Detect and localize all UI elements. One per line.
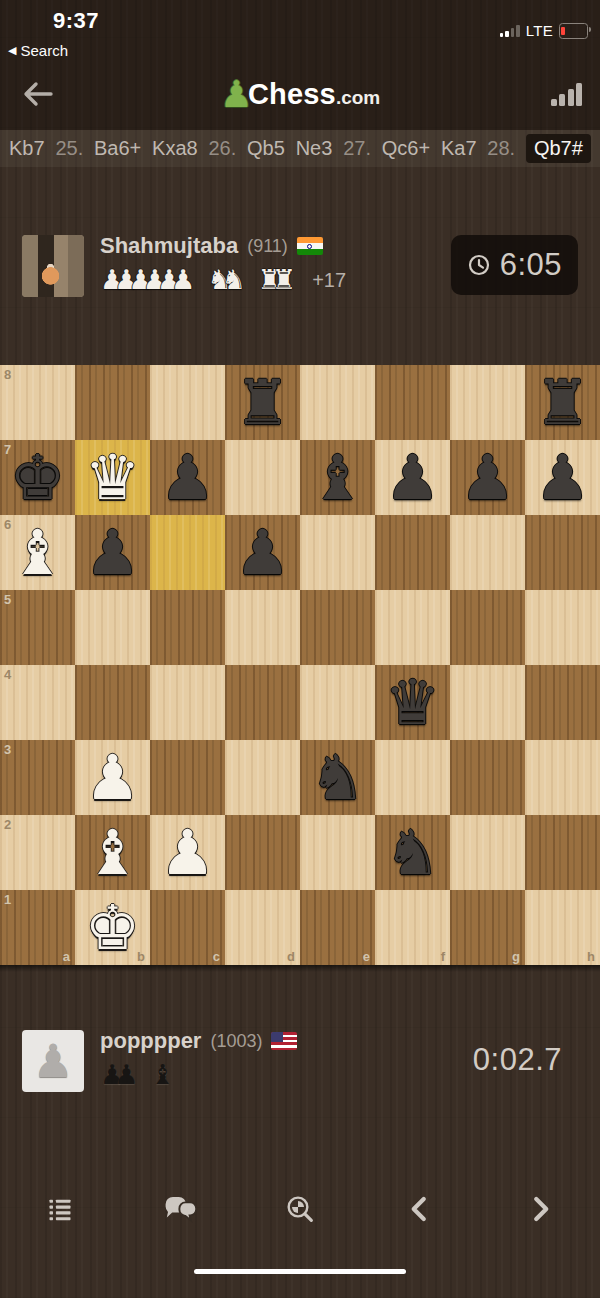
back-app-label: Search: [20, 42, 68, 59]
square-b5[interactable]: [75, 590, 150, 665]
square-g8[interactable]: [450, 365, 525, 440]
logo-suffix: .com: [336, 87, 380, 109]
battery-icon: [559, 23, 588, 39]
square-b1[interactable]: b♚: [75, 890, 150, 965]
square-a3[interactable]: 3: [0, 740, 75, 815]
square-b2[interactable]: ♝: [75, 815, 150, 890]
ios-status-bar: 9:37 ◀ Search LTE: [0, 0, 600, 60]
back-to-app-link[interactable]: ◀ Search: [8, 42, 68, 59]
top-player-rating: (911): [247, 236, 288, 257]
square-c8[interactable]: [150, 365, 225, 440]
square-a7[interactable]: 7♚: [0, 440, 75, 515]
previous-move-button[interactable]: [360, 1178, 480, 1240]
move-token-current[interactable]: Qb7#: [526, 134, 591, 163]
move-token[interactable]: 26.: [208, 137, 236, 160]
bottom-captured-pieces: ♟♟♝: [100, 1060, 175, 1090]
piece-bp-c7: ♟: [150, 440, 225, 515]
move-token[interactable]: Qc6+: [382, 137, 430, 160]
square-e1[interactable]: e: [300, 890, 375, 965]
file-label-h: h: [587, 949, 595, 964]
piece-bk-a7: ♚: [0, 440, 75, 515]
captured-piece-n: ♞: [222, 265, 246, 295]
india-flag-icon: [297, 237, 323, 255]
piece-wp-b3: ♟: [75, 740, 150, 815]
square-b4[interactable]: [75, 665, 150, 740]
piece-bn-f2: ♞: [375, 815, 450, 890]
cellular-signal-icon: [500, 25, 520, 37]
square-c5[interactable]: [150, 590, 225, 665]
file-label-g: g: [512, 949, 520, 964]
square-b3[interactable]: ♟: [75, 740, 150, 815]
piece-br-h8: ♜: [525, 365, 600, 440]
square-g6[interactable]: [450, 515, 525, 590]
chevron-left-icon: [405, 1193, 435, 1225]
piece-bp-b6: ♟: [75, 515, 150, 590]
status-right-cluster: LTE: [500, 22, 588, 39]
top-player-name[interactable]: Shahmujtaba: [100, 233, 238, 259]
square-f7[interactable]: ♟: [375, 440, 450, 515]
square-g4[interactable]: [450, 665, 525, 740]
square-h5[interactable]: [525, 590, 600, 665]
rank-label-7: 7: [4, 442, 11, 457]
square-f1[interactable]: f: [375, 890, 450, 965]
square-d7[interactable]: [225, 440, 300, 515]
captured-p-group: ♟♟♟♟♟♟: [100, 265, 195, 295]
carrier-label: LTE: [526, 22, 553, 39]
move-token[interactable]: 27.: [343, 137, 371, 160]
square-e8[interactable]: [300, 365, 375, 440]
square-d8[interactable]: ♜: [225, 365, 300, 440]
square-a1[interactable]: 1a: [0, 890, 75, 965]
move-token[interactable]: Ka7: [441, 137, 477, 160]
square-c4[interactable]: [150, 665, 225, 740]
square-e6[interactable]: [300, 515, 375, 590]
top-player-clock: 6:05: [451, 235, 578, 295]
bottom-player-clock: 0:02.7: [457, 1030, 578, 1090]
piece-wk-b1: ♚: [75, 890, 150, 965]
square-d3[interactable]: [225, 740, 300, 815]
top-captured-pieces: ♟♟♟♟♟♟♞♞♜♜+17: [100, 265, 346, 295]
moves-list-icon: [45, 1195, 75, 1223]
move-token[interactable]: Kxa8: [152, 137, 198, 160]
chesscom-logo: ♟Chess.com: [0, 70, 600, 113]
top-player-avatar-photo: [22, 235, 84, 297]
piece-wp-c2: ♟: [150, 815, 225, 890]
chat-button[interactable]: [120, 1178, 240, 1240]
captured-piece-p: ♟: [171, 265, 195, 295]
square-g7[interactable]: ♟: [450, 440, 525, 515]
logo-pawn-icon: ♟: [220, 73, 253, 116]
rank-label-8: 8: [4, 367, 11, 382]
bottom-player-rating: (1003): [210, 1031, 262, 1052]
captured-p-group: ♟♟: [100, 1060, 138, 1090]
file-label-d: d: [287, 949, 295, 964]
file-label-a: a: [63, 949, 70, 964]
square-d5[interactable]: [225, 590, 300, 665]
square-a6[interactable]: 6♝: [0, 515, 75, 590]
bottom-clock-time: 0:02.7: [473, 1042, 562, 1078]
square-h2[interactable]: [525, 815, 600, 890]
connection-strength-icon: [551, 82, 583, 106]
rank-label-3: 3: [4, 742, 11, 757]
captured-piece-r: ♜: [272, 265, 296, 295]
clock-icon: [467, 253, 491, 277]
square-h1[interactable]: h: [525, 890, 600, 965]
square-c3[interactable]: [150, 740, 225, 815]
next-move-button[interactable]: [480, 1178, 600, 1240]
square-f4[interactable]: ♛: [375, 665, 450, 740]
analysis-button[interactable]: [240, 1178, 360, 1240]
square-e7[interactable]: ♝: [300, 440, 375, 515]
square-f6[interactable]: [375, 515, 450, 590]
captured-b-group: ♝: [150, 1060, 174, 1090]
move-token[interactable]: Qb5: [247, 137, 285, 160]
square-d6[interactable]: ♟: [225, 515, 300, 590]
square-d4[interactable]: [225, 665, 300, 740]
chevron-right-icon: [525, 1193, 555, 1225]
file-label-c: c: [213, 949, 220, 964]
rank-label-6: 6: [4, 517, 11, 532]
captured-r-group: ♜♜: [258, 265, 296, 295]
move-token[interactable]: Ne3: [296, 137, 333, 160]
bottom-toolbar: [0, 1178, 600, 1240]
piece-bb-e7: ♝: [300, 440, 375, 515]
square-b7[interactable]: ♛: [75, 440, 150, 515]
captured-piece-p: ♟: [114, 1060, 138, 1090]
file-label-f: f: [441, 949, 445, 964]
chat-icon: [162, 1194, 198, 1224]
square-f5[interactable]: [375, 590, 450, 665]
app-header: ♟Chess.com: [0, 60, 600, 130]
square-a5[interactable]: 5: [0, 590, 75, 665]
board-bottom-shadow: [0, 965, 600, 972]
piece-wq-b7: ♛: [75, 440, 150, 515]
square-g1[interactable]: g: [450, 890, 525, 965]
square-d1[interactable]: d: [225, 890, 300, 965]
player-row-bottom: ♟ popppper (1003) ♟♟♝ 0:02.7: [0, 1022, 600, 1102]
square-h4[interactable]: [525, 665, 600, 740]
square-a2[interactable]: 2: [0, 815, 75, 890]
piece-bp-d6: ♟: [225, 515, 300, 590]
file-label-b: b: [137, 949, 145, 964]
home-indicator[interactable]: [194, 1269, 406, 1274]
move-list-strip[interactable]: Kb725.Ba6+Kxa826.Qb5Ne327.Qc6+Ka728.Qb7#: [0, 130, 600, 167]
square-f3[interactable]: [375, 740, 450, 815]
rank-label-5: 5: [4, 592, 11, 607]
square-e4[interactable]: [300, 665, 375, 740]
rank-label-1: 1: [4, 892, 11, 907]
bottom-player-avatar[interactable]: ♟: [22, 1030, 84, 1092]
square-e2[interactable]: [300, 815, 375, 890]
piece-wb-b2: ♝: [75, 815, 150, 890]
square-h7[interactable]: ♟: [525, 440, 600, 515]
move-token[interactable]: 28.: [487, 137, 515, 160]
back-triangle-icon: ◀: [8, 45, 16, 56]
square-a8[interactable]: 8: [0, 365, 75, 440]
square-h6[interactable]: [525, 515, 600, 590]
move-token[interactable]: Kb7: [9, 137, 45, 160]
top-player-avatar[interactable]: [22, 235, 84, 297]
piece-wb-a6: ♝: [0, 515, 75, 590]
square-g3[interactable]: [450, 740, 525, 815]
usa-flag-icon: [271, 1032, 297, 1050]
bottom-player-avatar-pawn: ♟: [22, 1030, 84, 1092]
square-c2[interactable]: ♟: [150, 815, 225, 890]
square-c7[interactable]: ♟: [150, 440, 225, 515]
analysis-magnifier-icon: [284, 1193, 316, 1225]
square-d2[interactable]: [225, 815, 300, 890]
square-c1[interactable]: c: [150, 890, 225, 965]
piece-bp-h7: ♟: [525, 440, 600, 515]
chess-app-screen: 9:37 ◀ Search LTE ♟Chess.com: [0, 0, 600, 1298]
square-f2[interactable]: ♞: [375, 815, 450, 890]
square-a4[interactable]: 4: [0, 665, 75, 740]
move-token[interactable]: Ba6+: [94, 137, 141, 160]
piece-bq-f4: ♛: [375, 665, 450, 740]
square-c6[interactable]: [150, 515, 225, 590]
square-f8[interactable]: [375, 365, 450, 440]
square-g5[interactable]: [450, 590, 525, 665]
piece-bp-g7: ♟: [450, 440, 525, 515]
square-b6[interactable]: ♟: [75, 515, 150, 590]
square-b8[interactable]: [75, 365, 150, 440]
top-clock-time: 6:05: [500, 247, 562, 283]
square-g2[interactable]: [450, 815, 525, 890]
rank-label-2: 2: [4, 817, 11, 832]
material-advantage: +17: [312, 269, 346, 292]
captured-piece-b: ♝: [150, 1060, 174, 1090]
piece-br-d8: ♜: [225, 365, 300, 440]
square-h3[interactable]: [525, 740, 600, 815]
piece-bn-e3: ♞: [300, 740, 375, 815]
bottom-player-name[interactable]: popppper: [100, 1028, 201, 1054]
battery-level-low: [561, 27, 565, 35]
square-e5[interactable]: [300, 590, 375, 665]
moves-list-button[interactable]: [0, 1178, 120, 1240]
player-row-top: Shahmujtaba (911) ♟♟♟♟♟♟♞♞♜♜+17 6:05: [0, 227, 600, 307]
move-token[interactable]: 25.: [55, 137, 83, 160]
captured-n-group: ♞♞: [207, 265, 245, 295]
piece-bp-f7: ♟: [375, 440, 450, 515]
square-h8[interactable]: ♜: [525, 365, 600, 440]
square-e3[interactable]: ♞: [300, 740, 375, 815]
logo-text: Chess: [248, 78, 336, 111]
chess-board: 8♜♜7♚♛♟♝♟♟♟6♝♟♟54♛3♟♞2♝♟♞1ab♚cdefgh: [0, 365, 600, 965]
status-time: 9:37: [44, 8, 108, 34]
rank-label-4: 4: [4, 667, 11, 682]
file-label-e: e: [363, 949, 370, 964]
